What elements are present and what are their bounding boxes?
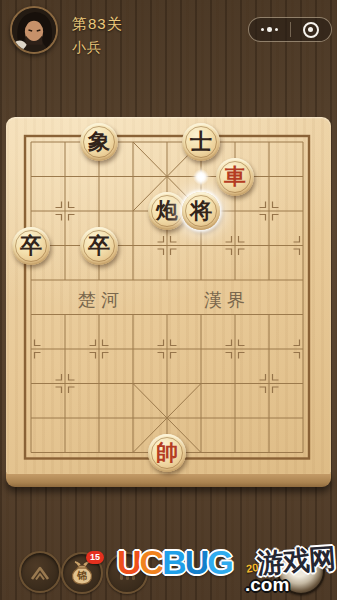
pouch-count-badge: 15 [86,551,104,564]
level-name: 小兵 [72,39,123,57]
collapse-button[interactable] [19,551,61,593]
obscured-button[interactable] [106,552,148,594]
piece-black-卒[interactable]: 卒 [80,227,118,265]
river-label-right: 漢界 [195,288,259,312]
piece-glyph: 車 [224,165,246,187]
piece-glyph: 将 [190,199,212,221]
piece-glyph: 士 [190,130,212,152]
piece-glyph: 象 [88,130,110,152]
wechat-capsule [248,17,332,42]
piece-black-将[interactable]: 将 [182,192,220,230]
xiangqi-board[interactable]: 楚河 漢界 象士車炮将卒卒帥 [6,117,331,474]
board-front-edge [6,473,331,487]
player-avatar[interactable] [10,6,58,54]
more-button[interactable] [249,18,290,41]
piece-red-帥[interactable]: 帥 [148,434,186,472]
level-label: 第83关 [72,15,123,34]
piece-black-象[interactable]: 象 [80,123,118,161]
exit-target-icon [303,22,319,38]
app-screen: 第83关 小兵 楚河 漢界 象士車炮将卒卒帥 锦 15 [0,0,337,600]
piece-black-士[interactable]: 士 [182,123,220,161]
piece-glyph: 卒 [88,234,110,256]
piece-glyph: 帥 [156,441,178,463]
watermark-small-text: 2023 [245,559,271,574]
avatar-portrait-icon [12,8,56,52]
more-dots-icon [261,28,264,31]
chevron-up-icon [27,559,53,585]
level-info: 第83关 小兵 [72,15,123,57]
more-dots-icon [275,28,278,31]
right-circle-button[interactable] [277,547,325,595]
svg-text:锦: 锦 [76,570,87,581]
piece-red-車[interactable]: 車 [216,158,254,196]
sticks-icon [120,566,135,580]
river-label-left: 楚河 [69,288,133,312]
piece-glyph: 卒 [20,234,42,256]
piece-black-卒[interactable]: 卒 [12,227,50,265]
board-grid [6,117,331,474]
piece-glyph: 炮 [156,199,178,221]
exit-button[interactable] [291,18,332,41]
piece-black-炮[interactable]: 炮 [148,192,186,230]
more-dots-icon [267,27,272,32]
